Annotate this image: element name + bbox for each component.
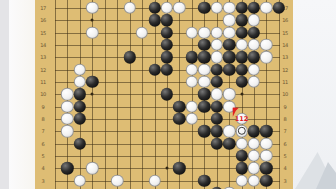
black-stone bbox=[223, 39, 235, 51]
app-window: 1717161615151414131312121111101099887766… bbox=[0, 0, 336, 189]
coord-label-left: 6 bbox=[42, 141, 45, 146]
white-stone bbox=[211, 39, 223, 51]
black-stone bbox=[198, 39, 210, 51]
coord-label-left: 17 bbox=[40, 5, 46, 10]
black-stone bbox=[74, 88, 86, 100]
go-board[interactable]: 1717161615151414131312121111101099887766… bbox=[35, 0, 293, 189]
black-stone bbox=[186, 51, 198, 63]
black-stone bbox=[223, 63, 235, 75]
black-stone bbox=[248, 26, 260, 38]
white-stone bbox=[211, 88, 223, 100]
black-stone bbox=[198, 174, 210, 186]
black-stone bbox=[273, 2, 285, 14]
black-stone bbox=[173, 162, 185, 174]
white-stone bbox=[86, 162, 98, 174]
coord-label-right: 13 bbox=[282, 55, 288, 60]
coord-label-right: 11 bbox=[282, 79, 288, 84]
black-stone bbox=[235, 150, 247, 162]
coord-label-left: 10 bbox=[40, 92, 46, 97]
black-stone bbox=[211, 113, 223, 125]
white-stone bbox=[235, 174, 247, 186]
white-stone bbox=[186, 63, 198, 75]
black-stone bbox=[148, 63, 160, 75]
black-stone bbox=[173, 100, 185, 112]
white-stone bbox=[248, 174, 260, 186]
coord-label-left: 5 bbox=[42, 153, 45, 158]
white-stone: 112 bbox=[235, 113, 247, 125]
black-stone bbox=[211, 125, 223, 137]
white-stone bbox=[260, 150, 272, 162]
coord-label-left: 4 bbox=[42, 166, 45, 171]
white-stone bbox=[248, 162, 260, 174]
black-stone bbox=[86, 76, 98, 88]
white-stone bbox=[260, 51, 272, 63]
black-stone bbox=[211, 100, 223, 112]
black-stone bbox=[211, 76, 223, 88]
black-stone bbox=[235, 14, 247, 26]
white-stone bbox=[235, 39, 247, 51]
coord-label-right: 9 bbox=[284, 104, 287, 109]
white-stone bbox=[61, 88, 73, 100]
last-move-flag-icon bbox=[232, 108, 238, 117]
black-stone bbox=[260, 125, 272, 137]
white-stone bbox=[123, 2, 135, 14]
white-stone bbox=[235, 125, 247, 137]
black-stone bbox=[211, 63, 223, 75]
white-stone bbox=[223, 14, 235, 26]
black-stone bbox=[74, 113, 86, 125]
black-stone bbox=[74, 100, 86, 112]
coord-label-right: 5 bbox=[284, 153, 287, 158]
black-stone bbox=[148, 14, 160, 26]
coord-label-left: 13 bbox=[40, 55, 46, 60]
white-stone bbox=[223, 26, 235, 38]
black-stone bbox=[198, 100, 210, 112]
left-background-gap bbox=[9, 0, 35, 189]
white-stone bbox=[61, 113, 73, 125]
coord-label-right: 7 bbox=[284, 129, 287, 134]
black-stone bbox=[173, 113, 185, 125]
black-stone bbox=[235, 63, 247, 75]
white-stone bbox=[248, 150, 260, 162]
black-stone bbox=[211, 137, 223, 149]
black-stone bbox=[223, 51, 235, 63]
star-point bbox=[91, 93, 94, 96]
coord-label-right: 12 bbox=[282, 67, 288, 72]
coord-label-right: 15 bbox=[282, 30, 288, 35]
coord-label-right: 4 bbox=[284, 166, 287, 171]
white-stone bbox=[248, 39, 260, 51]
white-stone bbox=[223, 187, 235, 189]
white-stone bbox=[223, 125, 235, 137]
coord-label-left: 15 bbox=[40, 30, 46, 35]
coord-label-right: 3 bbox=[284, 178, 287, 183]
black-stone bbox=[161, 39, 173, 51]
white-stone bbox=[61, 100, 73, 112]
black-stone bbox=[161, 88, 173, 100]
white-stone bbox=[148, 174, 160, 186]
black-stone bbox=[235, 26, 247, 38]
coord-label-right: 8 bbox=[284, 116, 287, 121]
black-stone bbox=[223, 137, 235, 149]
white-stone bbox=[223, 88, 235, 100]
white-stone bbox=[186, 113, 198, 125]
black-stone bbox=[198, 51, 210, 63]
white-stone bbox=[235, 137, 247, 149]
white-stone bbox=[74, 76, 86, 88]
white-stone bbox=[74, 63, 86, 75]
coord-label-left: 14 bbox=[40, 42, 46, 47]
star-point bbox=[240, 93, 243, 96]
black-stone bbox=[161, 63, 173, 75]
white-stone bbox=[211, 2, 223, 14]
white-stone bbox=[111, 174, 123, 186]
black-stone bbox=[235, 76, 247, 88]
white-stone bbox=[248, 76, 260, 88]
black-stone bbox=[61, 162, 73, 174]
white-stone bbox=[136, 26, 148, 38]
white-stone bbox=[198, 63, 210, 75]
white-stone bbox=[211, 51, 223, 63]
white-stone bbox=[86, 2, 98, 14]
white-stone bbox=[61, 125, 73, 137]
coord-label-right: 10 bbox=[282, 92, 288, 97]
white-stone bbox=[198, 26, 210, 38]
left-background-strip bbox=[0, 0, 9, 189]
white-stone bbox=[248, 14, 260, 26]
black-stone bbox=[74, 137, 86, 149]
black-stone bbox=[248, 125, 260, 137]
star-point bbox=[165, 167, 168, 170]
white-stone bbox=[86, 26, 98, 38]
circle-marker bbox=[238, 127, 246, 135]
white-stone bbox=[186, 76, 198, 88]
star-point bbox=[91, 19, 94, 22]
coord-label-left: 3 bbox=[42, 178, 45, 183]
black-stone bbox=[211, 187, 223, 189]
coord-label-left: 8 bbox=[42, 116, 45, 121]
white-stone bbox=[248, 137, 260, 149]
white-stone bbox=[223, 2, 235, 14]
white-stone bbox=[211, 26, 223, 38]
white-stone bbox=[260, 2, 272, 14]
coord-label-right: 16 bbox=[282, 18, 288, 23]
black-stone bbox=[198, 88, 210, 100]
black-stone bbox=[161, 51, 173, 63]
white-stone bbox=[260, 137, 272, 149]
white-stone bbox=[248, 63, 260, 75]
black-stone bbox=[260, 162, 272, 174]
black-stone bbox=[235, 162, 247, 174]
black-stone bbox=[123, 51, 135, 63]
coord-label-right: 6 bbox=[284, 141, 287, 146]
black-stone bbox=[260, 174, 272, 186]
black-stone bbox=[148, 2, 160, 14]
black-stone bbox=[198, 125, 210, 137]
black-stone bbox=[161, 14, 173, 26]
black-stone bbox=[161, 26, 173, 38]
coord-label-left: 11 bbox=[40, 79, 46, 84]
black-stone bbox=[248, 51, 260, 63]
grid-line-horizontal bbox=[55, 107, 280, 108]
coord-label-left: 12 bbox=[40, 67, 46, 72]
coord-label-right: 14 bbox=[282, 42, 288, 47]
white-stone bbox=[74, 174, 86, 186]
coord-label-left: 16 bbox=[40, 18, 46, 23]
black-stone bbox=[235, 2, 247, 14]
black-stone bbox=[198, 2, 210, 14]
coord-label-left: 9 bbox=[42, 104, 45, 109]
black-stone bbox=[235, 51, 247, 63]
white-stone bbox=[260, 39, 272, 51]
white-stone bbox=[161, 2, 173, 14]
white-stone bbox=[186, 100, 198, 112]
white-stone bbox=[186, 26, 198, 38]
coord-label-left: 7 bbox=[42, 129, 45, 134]
black-stone bbox=[248, 2, 260, 14]
white-stone bbox=[198, 76, 210, 88]
white-stone bbox=[173, 2, 185, 14]
